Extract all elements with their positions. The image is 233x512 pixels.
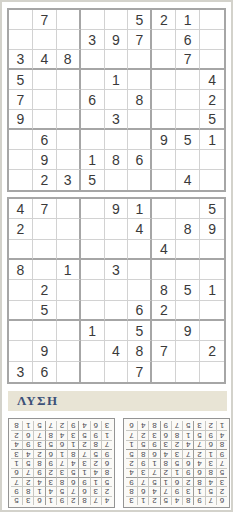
cell-r6c9[interactable] bbox=[200, 301, 224, 321]
cell-r7c4[interactable]: 1 bbox=[81, 321, 105, 341]
cell-r1c7: 6 bbox=[33, 496, 44, 505]
cell-r8c7: 7 bbox=[33, 430, 44, 439]
cell-r3c2[interactable] bbox=[33, 240, 57, 260]
cell-r5c8[interactable] bbox=[176, 90, 200, 110]
cell-r4c8[interactable] bbox=[176, 70, 200, 90]
cell-r3c1[interactable]: 3 bbox=[9, 50, 33, 70]
cell-r8c4[interactable] bbox=[81, 341, 105, 361]
cell-r9c3[interactable] bbox=[57, 362, 81, 382]
cell-r4c9: 4 bbox=[126, 468, 137, 477]
cell-r7c4[interactable] bbox=[81, 130, 105, 150]
cell-r6c4[interactable] bbox=[81, 110, 105, 130]
cell-r6c4[interactable] bbox=[81, 301, 105, 321]
cell-r4c1: 8 bbox=[101, 468, 112, 477]
cell-r5c1[interactable]: 7 bbox=[9, 90, 33, 110]
cell-r1c8: 1 bbox=[137, 496, 148, 505]
cell-r5c9[interactable]: 2 bbox=[200, 90, 224, 110]
cell-r6c8: 4 bbox=[22, 449, 33, 458]
cell-r6c5[interactable]: 3 bbox=[105, 110, 129, 130]
cell-r8c5[interactable]: 4 bbox=[105, 341, 129, 361]
cell-r8c8: 6 bbox=[22, 430, 33, 439]
cell-r1c1: 6 bbox=[216, 496, 227, 505]
cell-r9c4: 9 bbox=[67, 421, 78, 430]
cell-r2c2[interactable] bbox=[33, 219, 57, 239]
cell-r6c7: 6 bbox=[148, 449, 159, 458]
cell-r4c6[interactable] bbox=[128, 260, 152, 280]
cell-r1c2[interactable]: 7 bbox=[33, 199, 57, 219]
cell-r4c3: 6 bbox=[193, 468, 204, 477]
cell-r3c1: 5 bbox=[101, 477, 112, 486]
cell-r9c3: 4 bbox=[78, 421, 89, 430]
cell-r1c4[interactable] bbox=[81, 10, 105, 30]
cell-r7c8: 9 bbox=[22, 440, 33, 449]
cell-r3c5[interactable] bbox=[105, 50, 129, 70]
sudoku-grid-top: 7521397634875147682935695191862354 bbox=[7, 8, 226, 192]
cell-r1c6: 5 bbox=[160, 496, 171, 505]
cell-r9c8: 1 bbox=[22, 421, 33, 430]
cell-r5c6[interactable]: 8 bbox=[128, 90, 152, 110]
cell-r1c9[interactable] bbox=[200, 10, 224, 30]
cell-r1c5[interactable] bbox=[105, 10, 129, 30]
cell-r5c7: 8 bbox=[33, 458, 44, 467]
cell-r1c1[interactable]: 4 bbox=[9, 199, 33, 219]
cell-r1c4: 2 bbox=[67, 496, 78, 505]
cell-r2c9: 8 bbox=[126, 486, 137, 495]
cell-r2c4: 3 bbox=[182, 486, 193, 495]
cell-r8c3: 5 bbox=[78, 430, 89, 439]
cell-r8c7: 3 bbox=[148, 430, 159, 439]
cell-r9c3[interactable]: 3 bbox=[57, 170, 81, 190]
cell-r1c6[interactable]: 1 bbox=[128, 199, 152, 219]
cell-r3c6: 1 bbox=[160, 477, 171, 486]
cell-r5c5[interactable] bbox=[105, 280, 129, 300]
cell-r4c5[interactable]: 1 bbox=[105, 70, 129, 90]
cell-r2c5: 5 bbox=[56, 486, 67, 495]
cell-r6c2[interactable] bbox=[33, 110, 57, 130]
cell-r6c5[interactable] bbox=[105, 301, 129, 321]
cell-r8c2: 9 bbox=[90, 430, 101, 439]
cell-r3c4: 2 bbox=[182, 477, 193, 486]
cell-r6c2[interactable]: 5 bbox=[33, 301, 57, 321]
cell-r8c1[interactable] bbox=[9, 341, 33, 361]
cell-r8c6[interactable]: 6 bbox=[128, 150, 152, 170]
solution-grid-right: 6798452132513974683482615795869127347346… bbox=[123, 418, 230, 508]
cell-r3c7: 5 bbox=[148, 477, 159, 486]
cell-r7c1[interactable] bbox=[9, 321, 33, 341]
cell-r2c3: 1 bbox=[193, 486, 204, 495]
cell-r4c9[interactable]: 4 bbox=[200, 70, 224, 90]
cell-r9c9: 8 bbox=[11, 421, 22, 430]
cell-r7c7[interactable]: 9 bbox=[152, 130, 176, 150]
cell-r9c5: 7 bbox=[171, 421, 182, 430]
cell-r6c6: 4 bbox=[160, 449, 171, 458]
cell-r7c8: 5 bbox=[137, 440, 148, 449]
cell-r2c7[interactable] bbox=[152, 30, 176, 50]
cell-r3c8: 2 bbox=[22, 477, 33, 486]
cell-r5c2[interactable] bbox=[33, 90, 57, 110]
cell-r2c9: 9 bbox=[11, 486, 22, 495]
cell-r4c7: 9 bbox=[33, 468, 44, 477]
cell-r7c7: 9 bbox=[148, 440, 159, 449]
cell-r5c4[interactable]: 6 bbox=[81, 90, 105, 110]
cell-r8c9[interactable] bbox=[200, 150, 224, 170]
cell-r8c9[interactable]: 2 bbox=[200, 341, 224, 361]
cell-r2c4[interactable] bbox=[81, 219, 105, 239]
cell-r3c2[interactable]: 4 bbox=[33, 50, 57, 70]
cell-r3c7[interactable]: 4 bbox=[152, 240, 176, 260]
cell-r9c1: 3 bbox=[101, 421, 112, 430]
cell-r5c2: 3 bbox=[205, 458, 216, 467]
cell-r8c9: 2 bbox=[11, 430, 22, 439]
cell-r5c6[interactable] bbox=[128, 280, 152, 300]
cell-r4c3[interactable]: 1 bbox=[57, 260, 81, 280]
cell-r4c6[interactable] bbox=[128, 70, 152, 90]
cell-r2c9[interactable] bbox=[200, 30, 224, 50]
cell-r8c6[interactable]: 8 bbox=[128, 341, 152, 361]
cell-r4c5[interactable]: 3 bbox=[105, 260, 129, 280]
cell-r5c8[interactable]: 5 bbox=[176, 280, 200, 300]
cell-r6c1[interactable] bbox=[9, 301, 33, 321]
cell-r2c6[interactable]: 7 bbox=[128, 30, 152, 50]
cell-r6c3[interactable] bbox=[57, 110, 81, 130]
cell-r6c7[interactable] bbox=[152, 110, 176, 130]
cell-r9c2: 6 bbox=[90, 421, 101, 430]
cell-r4c1: 5 bbox=[216, 468, 227, 477]
cell-r6c3: 7 bbox=[78, 449, 89, 458]
cell-r3c9: 9 bbox=[126, 477, 137, 486]
cell-r7c3[interactable] bbox=[57, 130, 81, 150]
cell-r2c3: 6 bbox=[78, 486, 89, 495]
cell-r2c9[interactable]: 9 bbox=[200, 219, 224, 239]
cell-r5c9: 2 bbox=[126, 458, 137, 467]
cell-r2c1[interactable] bbox=[9, 30, 33, 50]
cell-r9c9[interactable] bbox=[200, 362, 224, 382]
cell-r6c3: 2 bbox=[193, 449, 204, 458]
cell-r6c7[interactable]: 2 bbox=[152, 301, 176, 321]
cell-r8c2[interactable]: 9 bbox=[33, 150, 57, 170]
cell-r4c2[interactable] bbox=[33, 260, 57, 280]
cell-r6c1: 9 bbox=[216, 449, 227, 458]
cell-r1c9[interactable]: 5 bbox=[200, 199, 224, 219]
cell-r1c1[interactable] bbox=[9, 10, 33, 30]
cell-r2c5: 9 bbox=[171, 486, 182, 495]
cell-r9c8: 4 bbox=[137, 421, 148, 430]
cell-r7c2[interactable]: 6 bbox=[33, 130, 57, 150]
cell-r3c1[interactable] bbox=[9, 240, 33, 260]
cell-r9c4[interactable] bbox=[81, 362, 105, 382]
cell-r4c3[interactable] bbox=[57, 70, 81, 90]
cell-r7c9[interactable]: 1 bbox=[200, 130, 224, 150]
cell-r5c7[interactable] bbox=[152, 90, 176, 110]
cell-r2c3[interactable] bbox=[57, 219, 81, 239]
cell-r4c4[interactable] bbox=[81, 70, 105, 90]
cell-r4c8[interactable] bbox=[176, 260, 200, 280]
cell-r5c6: 8 bbox=[160, 458, 171, 467]
cell-r1c7[interactable] bbox=[152, 199, 176, 219]
cell-r6c6[interactable]: 6 bbox=[128, 301, 152, 321]
cell-r9c7[interactable] bbox=[152, 170, 176, 190]
cell-r8c5[interactable]: 8 bbox=[105, 150, 129, 170]
cell-r6c1: 9 bbox=[101, 449, 112, 458]
cell-r9c7: 5 bbox=[33, 421, 44, 430]
cell-r1c4: 8 bbox=[182, 496, 193, 505]
cell-r7c6[interactable]: 5 bbox=[128, 321, 152, 341]
cell-r5c8: 5 bbox=[22, 458, 33, 467]
cell-r8c2: 9 bbox=[205, 430, 216, 439]
cell-r2c5[interactable]: 9 bbox=[105, 30, 129, 50]
cell-r9c6[interactable]: 7 bbox=[128, 362, 152, 382]
cell-r9c4[interactable]: 5 bbox=[81, 170, 105, 190]
cell-r4c4: 5 bbox=[67, 468, 78, 477]
cell-r3c5: 6 bbox=[171, 477, 182, 486]
cell-r8c8[interactable] bbox=[176, 341, 200, 361]
cell-r6c9[interactable]: 5 bbox=[200, 110, 224, 130]
cell-r5c2[interactable]: 2 bbox=[33, 280, 57, 300]
cell-r8c5: 8 bbox=[171, 430, 182, 439]
cell-r5c7: 1 bbox=[148, 458, 159, 467]
cell-r6c2: 5 bbox=[90, 449, 101, 458]
cell-r5c5: 5 bbox=[171, 458, 182, 467]
cell-r6c8: 8 bbox=[137, 449, 148, 458]
cell-r8c2[interactable]: 9 bbox=[33, 341, 57, 361]
cell-r2c1: 2 bbox=[101, 486, 112, 495]
cell-r3c1: 3 bbox=[216, 477, 227, 486]
cell-r4c1[interactable]: 5 bbox=[9, 70, 33, 90]
cell-r7c1[interactable] bbox=[9, 130, 33, 150]
cell-r7c3[interactable] bbox=[57, 321, 81, 341]
cell-r7c5: 2 bbox=[171, 440, 182, 449]
cell-r3c9[interactable] bbox=[200, 240, 224, 260]
cell-r4c3: 1 bbox=[78, 468, 89, 477]
cell-r9c6[interactable] bbox=[128, 170, 152, 190]
cell-r1c8[interactable]: 1 bbox=[176, 10, 200, 30]
cell-r6c5: 1 bbox=[56, 449, 67, 458]
cell-r6c2: 1 bbox=[205, 449, 216, 458]
cell-r7c3: 7 bbox=[193, 440, 204, 449]
cell-r9c6: 7 bbox=[45, 421, 56, 430]
cell-r7c8[interactable]: 5 bbox=[176, 130, 200, 150]
cell-r9c2: 2 bbox=[205, 421, 216, 430]
cell-r2c8: 6 bbox=[137, 486, 148, 495]
cell-r7c9: 1 bbox=[126, 440, 137, 449]
cell-r3c8[interactable]: 7 bbox=[176, 50, 200, 70]
cell-r7c8[interactable]: 9 bbox=[176, 321, 200, 341]
cell-r5c4: 6 bbox=[182, 458, 193, 467]
cell-r5c9[interactable]: 1 bbox=[200, 280, 224, 300]
cell-r3c4: 6 bbox=[67, 477, 78, 486]
cell-r7c6: 5 bbox=[45, 440, 56, 449]
cell-r7c4: 1 bbox=[67, 440, 78, 449]
cell-r5c4[interactable] bbox=[81, 280, 105, 300]
cell-r1c2[interactable]: 7 bbox=[33, 10, 57, 30]
cell-r8c8[interactable] bbox=[176, 150, 200, 170]
cell-r1c6[interactable]: 5 bbox=[128, 10, 152, 30]
cell-r7c2: 6 bbox=[205, 440, 216, 449]
cell-r9c1[interactable]: 3 bbox=[9, 362, 33, 382]
cell-r9c2[interactable]: 6 bbox=[33, 362, 57, 382]
cell-r7c5[interactable] bbox=[105, 130, 129, 150]
cell-r5c2: 2 bbox=[90, 458, 101, 467]
cell-r3c9[interactable] bbox=[200, 50, 224, 70]
cell-r7c7[interactable] bbox=[152, 321, 176, 341]
cell-r9c7[interactable] bbox=[152, 362, 176, 382]
cell-r5c9: 1 bbox=[11, 458, 22, 467]
cell-r6c6: 6 bbox=[45, 449, 56, 458]
cell-r4c2[interactable] bbox=[33, 70, 57, 90]
cell-r3c6[interactable] bbox=[128, 240, 152, 260]
cell-r5c1[interactable] bbox=[9, 280, 33, 300]
cell-r8c3: 5 bbox=[193, 430, 204, 439]
cell-r9c5: 2 bbox=[56, 421, 67, 430]
cell-r1c2: 7 bbox=[205, 496, 216, 505]
cell-r1c3[interactable] bbox=[57, 10, 81, 30]
cell-r1c4[interactable] bbox=[81, 199, 105, 219]
cell-r9c5[interactable] bbox=[105, 170, 129, 190]
cell-r8c7[interactable] bbox=[152, 150, 176, 170]
cell-r5c4: 4 bbox=[67, 458, 78, 467]
cell-r6c3[interactable] bbox=[57, 301, 81, 321]
cell-r9c9[interactable] bbox=[200, 170, 224, 190]
cell-r3c8[interactable] bbox=[176, 240, 200, 260]
cell-r4c5: 3 bbox=[56, 468, 67, 477]
cell-r8c6: 8 bbox=[45, 430, 56, 439]
cell-r8c3[interactable] bbox=[57, 341, 81, 361]
cell-r6c1[interactable]: 9 bbox=[9, 110, 33, 130]
cell-r5c7[interactable]: 8 bbox=[152, 280, 176, 300]
cell-r7c9[interactable] bbox=[200, 321, 224, 341]
cell-r5c3[interactable] bbox=[57, 280, 81, 300]
cell-r5c3[interactable] bbox=[57, 90, 81, 110]
cell-r6c4: 7 bbox=[182, 449, 193, 458]
cell-r2c2: 3 bbox=[90, 486, 101, 495]
cell-r3c2: 1 bbox=[90, 477, 101, 486]
cell-r1c7[interactable]: 2 bbox=[152, 10, 176, 30]
cell-r7c6: 3 bbox=[160, 440, 171, 449]
cell-r5c1: 7 bbox=[216, 458, 227, 467]
cell-r3c7[interactable] bbox=[152, 50, 176, 70]
cell-r3c4[interactable] bbox=[81, 50, 105, 70]
cell-r6c6[interactable] bbox=[128, 110, 152, 130]
cell-r3c2: 4 bbox=[205, 477, 216, 486]
cell-r5c3: 4 bbox=[193, 458, 204, 467]
cell-r2c7[interactable] bbox=[152, 219, 176, 239]
cell-r8c3[interactable] bbox=[57, 150, 81, 170]
cell-r9c8[interactable]: 4 bbox=[176, 170, 200, 190]
cell-r1c3: 8 bbox=[78, 496, 89, 505]
cell-r2c1[interactable]: 2 bbox=[9, 219, 33, 239]
solution-heading-band: ΛΥΣΗ bbox=[8, 391, 227, 411]
cell-r5c6: 9 bbox=[45, 458, 56, 467]
cell-r8c5: 4 bbox=[56, 430, 67, 439]
cell-r2c8: 8 bbox=[22, 486, 33, 495]
cell-r7c6[interactable] bbox=[128, 130, 152, 150]
cell-r5c5[interactable] bbox=[105, 90, 129, 110]
cell-r3c5[interactable] bbox=[105, 240, 129, 260]
cell-r1c9: 3 bbox=[126, 496, 137, 505]
cell-r8c4: 3 bbox=[67, 430, 78, 439]
solution-heading: ΛΥΣΗ bbox=[8, 393, 59, 409]
cell-r3c4[interactable] bbox=[81, 240, 105, 260]
cell-r2c5[interactable] bbox=[105, 219, 129, 239]
cell-r1c5[interactable]: 9 bbox=[105, 199, 129, 219]
cell-r4c7: 7 bbox=[148, 468, 159, 477]
cell-r3c3[interactable] bbox=[57, 240, 81, 260]
cell-r6c9: 3 bbox=[11, 449, 22, 458]
solution-grid-left: 4782916352367541895196834278415329766234… bbox=[8, 418, 115, 508]
cell-r7c4: 4 bbox=[182, 440, 193, 449]
cell-r8c1: 1 bbox=[101, 430, 112, 439]
cell-r2c8[interactable]: 8 bbox=[176, 219, 200, 239]
cell-r3c3: 8 bbox=[193, 477, 204, 486]
cell-r2c8[interactable]: 6 bbox=[176, 30, 200, 50]
cell-r4c1[interactable]: 8 bbox=[9, 260, 33, 280]
cell-r8c9: 7 bbox=[126, 430, 137, 439]
cell-r8c1: 4 bbox=[216, 430, 227, 439]
cell-r9c2[interactable]: 2 bbox=[33, 170, 57, 190]
cell-r4c4[interactable] bbox=[81, 260, 105, 280]
cell-r9c1[interactable] bbox=[9, 170, 33, 190]
cell-r1c8[interactable] bbox=[176, 199, 200, 219]
cell-r3c9: 7 bbox=[11, 477, 22, 486]
cell-r7c3: 2 bbox=[78, 440, 89, 449]
cell-r8c4: 1 bbox=[182, 430, 193, 439]
cell-r7c1: 8 bbox=[216, 440, 227, 449]
sudoku-page: 7521397634875147682935695191862354 47915… bbox=[0, 0, 233, 512]
cell-r2c6[interactable]: 4 bbox=[128, 219, 152, 239]
cell-r4c7[interactable] bbox=[152, 260, 176, 280]
cell-r1c5: 4 bbox=[171, 496, 182, 505]
cell-r6c8[interactable] bbox=[176, 110, 200, 130]
cell-r3c3[interactable]: 8 bbox=[57, 50, 81, 70]
cell-r2c7: 4 bbox=[148, 486, 159, 495]
sudoku-grid-bottom: 4791524894813285156215994872367 bbox=[7, 197, 226, 384]
cell-r3c7: 4 bbox=[33, 477, 44, 486]
cell-r2c2: 5 bbox=[205, 486, 216, 495]
cell-r4c7[interactable] bbox=[152, 70, 176, 90]
cell-r8c7[interactable]: 7 bbox=[152, 341, 176, 361]
cell-r9c5[interactable] bbox=[105, 362, 129, 382]
cell-r1c2: 7 bbox=[90, 496, 101, 505]
cell-r5c5: 7 bbox=[56, 458, 67, 467]
cell-r2c3[interactable] bbox=[57, 30, 81, 50]
cell-r9c8[interactable] bbox=[176, 362, 200, 382]
cell-r8c1[interactable] bbox=[9, 150, 33, 170]
cell-r6c7: 2 bbox=[33, 449, 44, 458]
cell-r9c3: 3 bbox=[193, 421, 204, 430]
cell-r7c2: 8 bbox=[90, 440, 101, 449]
cell-r2c2[interactable] bbox=[33, 30, 57, 50]
cell-r4c9: 6 bbox=[11, 468, 22, 477]
cell-r1c3[interactable] bbox=[57, 199, 81, 219]
cell-r7c5[interactable] bbox=[105, 321, 129, 341]
cell-r2c7: 1 bbox=[33, 486, 44, 495]
cell-r3c6[interactable] bbox=[128, 50, 152, 70]
cell-r4c4: 9 bbox=[182, 468, 193, 477]
cell-r9c1: 1 bbox=[216, 421, 227, 430]
cell-r4c2: 8 bbox=[205, 468, 216, 477]
cell-r6c8[interactable] bbox=[176, 301, 200, 321]
cell-r4c9[interactable] bbox=[200, 260, 224, 280]
cell-r8c4[interactable]: 1 bbox=[81, 150, 105, 170]
cell-r4c8: 3 bbox=[137, 468, 148, 477]
cell-r1c5: 9 bbox=[56, 496, 67, 505]
cell-r2c1: 2 bbox=[216, 486, 227, 495]
cell-r2c4[interactable]: 3 bbox=[81, 30, 105, 50]
cell-r5c8: 9 bbox=[137, 458, 148, 467]
cell-r1c7: 2 bbox=[148, 496, 159, 505]
cell-r4c2: 4 bbox=[90, 468, 101, 477]
cell-r7c2[interactable] bbox=[33, 321, 57, 341]
